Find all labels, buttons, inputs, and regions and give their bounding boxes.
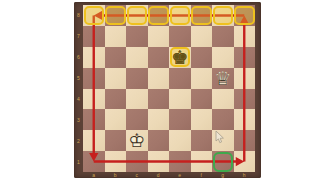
- square-a2[interactable]: [83, 130, 105, 151]
- square-c4[interactable]: [126, 89, 148, 110]
- square-h2[interactable]: [234, 130, 256, 151]
- square-b1[interactable]: [105, 151, 127, 172]
- square-a6[interactable]: [83, 47, 105, 68]
- square-b4[interactable]: [105, 89, 127, 110]
- square-d3[interactable]: [148, 109, 170, 130]
- square-d2[interactable]: [148, 130, 170, 151]
- square-c7[interactable]: [126, 26, 148, 47]
- rank-label-6: 6: [77, 55, 80, 60]
- square-f5[interactable]: [191, 68, 213, 89]
- square-a3[interactable]: [83, 109, 105, 130]
- square-f7[interactable]: [191, 26, 213, 47]
- square-h8[interactable]: [234, 5, 256, 26]
- square-a4[interactable]: [83, 89, 105, 110]
- square-h7[interactable]: [234, 26, 256, 47]
- square-a8[interactable]: [83, 5, 105, 26]
- rank-label-2: 2: [77, 138, 80, 143]
- piece-black-king-e6[interactable]: ♚♚: [169, 47, 191, 68]
- square-c1[interactable]: [126, 151, 148, 172]
- file-label-g: g: [221, 173, 224, 178]
- square-e4[interactable]: [169, 89, 191, 110]
- square-c8[interactable]: [126, 5, 148, 26]
- square-g6[interactable]: [212, 47, 234, 68]
- square-f6[interactable]: [191, 47, 213, 68]
- file-label-a: a: [92, 173, 95, 178]
- black-king-outline: ♚: [169, 47, 191, 68]
- file-label-f: f: [201, 173, 202, 178]
- square-h1[interactable]: [234, 151, 256, 172]
- square-e5[interactable]: [169, 68, 191, 89]
- square-c3[interactable]: [126, 109, 148, 130]
- board-frame: ♚♚♛♕♚♔ 87654321abcdefgh: [74, 2, 261, 178]
- square-d7[interactable]: [148, 26, 170, 47]
- square-e7[interactable]: [169, 26, 191, 47]
- square-d6[interactable]: [148, 47, 170, 68]
- square-f4[interactable]: [191, 89, 213, 110]
- piece-white-king-c2[interactable]: ♚♔: [126, 130, 148, 151]
- square-b3[interactable]: [105, 109, 127, 130]
- square-d5[interactable]: [148, 68, 170, 89]
- rank-label-7: 7: [77, 34, 80, 39]
- white-queen-outline: ♕: [212, 68, 234, 89]
- square-e2[interactable]: [169, 130, 191, 151]
- square-g8[interactable]: [212, 5, 234, 26]
- square-d4[interactable]: [148, 89, 170, 110]
- thumbnail-canvas: ♚♚♛♕♚♔ 87654321abcdefgh: [0, 0, 320, 180]
- rank-label-1: 1: [77, 159, 80, 164]
- file-label-b: b: [114, 173, 117, 178]
- square-g1[interactable]: [212, 151, 234, 172]
- white-king-outline: ♔: [126, 130, 148, 151]
- square-f8[interactable]: [191, 5, 213, 26]
- square-c6[interactable]: [126, 47, 148, 68]
- square-h6[interactable]: [234, 47, 256, 68]
- square-a5[interactable]: [83, 68, 105, 89]
- square-f2[interactable]: [191, 130, 213, 151]
- file-label-d: d: [157, 173, 160, 178]
- square-d8[interactable]: [148, 5, 170, 26]
- square-e3[interactable]: [169, 109, 191, 130]
- square-h4[interactable]: [234, 89, 256, 110]
- piece-white-queen-g5[interactable]: ♛♕: [212, 68, 234, 89]
- rank-label-3: 3: [77, 117, 80, 122]
- rank-label-8: 8: [77, 13, 80, 18]
- square-a7[interactable]: [83, 26, 105, 47]
- square-b6[interactable]: [105, 47, 127, 68]
- square-g3[interactable]: [212, 109, 234, 130]
- square-d1[interactable]: [148, 151, 170, 172]
- square-b8[interactable]: [105, 5, 127, 26]
- square-g7[interactable]: [212, 26, 234, 47]
- square-b2[interactable]: [105, 130, 127, 151]
- file-label-e: e: [178, 173, 181, 178]
- square-h3[interactable]: [234, 109, 256, 130]
- square-f1[interactable]: [191, 151, 213, 172]
- square-b7[interactable]: [105, 26, 127, 47]
- square-c5[interactable]: [126, 68, 148, 89]
- rank-label-4: 4: [77, 96, 80, 101]
- square-b5[interactable]: [105, 68, 127, 89]
- square-e8[interactable]: [169, 5, 191, 26]
- square-f3[interactable]: [191, 109, 213, 130]
- square-e1[interactable]: [169, 151, 191, 172]
- mouse-cursor-icon: [215, 131, 225, 144]
- square-a1[interactable]: [83, 151, 105, 172]
- file-label-c: c: [136, 173, 139, 178]
- rank-label-5: 5: [77, 76, 80, 81]
- square-h5[interactable]: [234, 68, 256, 89]
- square-g4[interactable]: [212, 89, 234, 110]
- file-label-h: h: [243, 173, 246, 178]
